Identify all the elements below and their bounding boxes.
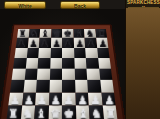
- square-c4[interactable]: [37, 69, 50, 80]
- square-d1[interactable]: ♛: [48, 105, 62, 119]
- square-g6[interactable]: [85, 48, 98, 58]
- white-pawn-piece[interactable]: ♟: [22, 93, 36, 106]
- square-a1[interactable]: ♜: [7, 105, 22, 119]
- square-c1[interactable]: ♝: [34, 105, 48, 119]
- white-pawn-piece[interactable]: ♟: [49, 93, 62, 106]
- square-g5[interactable]: [86, 58, 99, 69]
- square-f1[interactable]: ♝: [75, 105, 89, 119]
- square-b6[interactable]: [26, 48, 39, 58]
- square-b5[interactable]: [25, 58, 38, 69]
- square-e7[interactable]: ♟: [62, 38, 74, 48]
- white-knight-piece[interactable]: ♞: [90, 106, 104, 119]
- white-bishop-piece[interactable]: ♝: [34, 106, 48, 119]
- square-c8[interactable]: ♝: [40, 29, 52, 38]
- square-d6[interactable]: [50, 48, 62, 58]
- square-d5[interactable]: [50, 58, 62, 69]
- white-rook-piece[interactable]: ♜: [6, 106, 20, 119]
- square-d3[interactable]: [49, 80, 62, 92]
- back-undo-button[interactable]: Back: [60, 1, 100, 9]
- black-pawn-piece[interactable]: ♟: [97, 37, 109, 48]
- square-h5[interactable]: [98, 58, 111, 69]
- white-pawn-piece[interactable]: ♟: [75, 93, 88, 106]
- square-h4[interactable]: [99, 69, 113, 80]
- black-pawn-piece[interactable]: ♟: [16, 37, 28, 48]
- square-b8[interactable]: ♞: [28, 29, 40, 38]
- white-pawn-piece[interactable]: ♟: [62, 93, 75, 106]
- square-c5[interactable]: [38, 58, 51, 69]
- square-g3[interactable]: [87, 80, 101, 92]
- white-knight-piece[interactable]: ♞: [20, 106, 34, 119]
- black-pawn-piece[interactable]: ♟: [39, 37, 51, 48]
- square-g4[interactable]: [86, 69, 99, 80]
- square-f7[interactable]: ♟: [73, 38, 85, 48]
- square-b2[interactable]: ♟: [22, 92, 36, 105]
- square-g1[interactable]: ♞: [89, 105, 104, 119]
- chess-app-window: White Back ♜♞♝♛♚♝♞♜♟♟♟♟♟♟♟♟♟♟♟♟♟♟♟♟♜♞♝♛♚…: [0, 0, 160, 119]
- square-f2[interactable]: ♟: [75, 92, 89, 105]
- logo-subtitle-strip: [128, 7, 159, 9]
- square-e8[interactable]: ♚: [62, 29, 73, 38]
- chess-board[interactable]: ♜♞♝♛♚♝♞♜♟♟♟♟♟♟♟♟♟♟♟♟♟♟♟♟♜♞♝♛♚♝♞♜: [7, 29, 118, 119]
- square-f4[interactable]: [74, 69, 87, 80]
- black-pawn-piece[interactable]: ♟: [85, 37, 97, 48]
- square-a2[interactable]: ♟: [8, 92, 23, 105]
- white-rook-piece[interactable]: ♜: [103, 106, 117, 119]
- black-pawn-piece[interactable]: ♟: [27, 37, 39, 48]
- square-c6[interactable]: [38, 48, 50, 58]
- white-king-piece[interactable]: ♚: [62, 106, 76, 119]
- square-h3[interactable]: [100, 80, 114, 92]
- square-e6[interactable]: [62, 48, 74, 58]
- black-pawn-piece[interactable]: ♟: [74, 37, 86, 48]
- square-e5[interactable]: [62, 58, 74, 69]
- square-e3[interactable]: [62, 80, 75, 92]
- white-queen-piece[interactable]: ♛: [48, 106, 62, 119]
- square-b3[interactable]: [23, 80, 37, 92]
- square-g8[interactable]: ♞: [84, 29, 96, 38]
- square-h2[interactable]: ♟: [101, 92, 116, 105]
- square-c3[interactable]: [36, 80, 49, 92]
- white-pawn-piece[interactable]: ♟: [35, 93, 48, 106]
- square-a5[interactable]: [13, 58, 26, 69]
- square-a7[interactable]: ♟: [16, 38, 29, 48]
- square-e4[interactable]: [62, 69, 75, 80]
- square-d8[interactable]: ♛: [51, 29, 62, 38]
- black-pawn-piece[interactable]: ♟: [50, 37, 62, 48]
- square-c7[interactable]: ♟: [39, 38, 51, 48]
- square-f5[interactable]: [74, 58, 87, 69]
- board-scene: ♜♞♝♛♚♝♞♜♟♟♟♟♟♟♟♟♟♟♟♟♟♟♟♟♜♞♝♛♚♝♞♜: [0, 9, 125, 119]
- sidebar: SPARKCHESS II New Game 1 ♜♞♝♛♚♝♞♜♟♟♟♟♟♟♟…: [125, 0, 160, 119]
- square-d4[interactable]: [49, 69, 62, 80]
- square-e1[interactable]: ♚: [62, 105, 76, 119]
- square-a6[interactable]: [14, 48, 27, 58]
- chess-board-frame: ♜♞♝♛♚♝♞♜♟♟♟♟♟♟♟♟♟♟♟♟♟♟♟♟♜♞♝♛♚♝♞♜: [0, 24, 126, 119]
- square-h8[interactable]: ♜: [95, 29, 107, 38]
- square-d7[interactable]: ♟: [50, 38, 62, 48]
- square-e2[interactable]: ♟: [62, 92, 75, 105]
- white-bishop-piece[interactable]: ♝: [76, 106, 90, 119]
- white-pawn-piece[interactable]: ♟: [8, 93, 22, 106]
- square-b7[interactable]: ♟: [27, 38, 39, 48]
- square-g7[interactable]: ♟: [85, 38, 97, 48]
- square-c2[interactable]: ♟: [35, 92, 49, 105]
- black-pawn-piece[interactable]: ♟: [62, 37, 74, 48]
- square-b1[interactable]: ♞: [20, 105, 35, 119]
- square-g2[interactable]: ♟: [88, 92, 102, 105]
- square-f8[interactable]: ♝: [73, 29, 85, 38]
- square-a4[interactable]: [12, 69, 26, 80]
- square-h6[interactable]: [97, 48, 110, 58]
- square-f6[interactable]: [74, 48, 86, 58]
- square-h7[interactable]: ♟: [96, 38, 108, 48]
- square-b4[interactable]: [24, 69, 37, 80]
- square-a3[interactable]: [10, 80, 24, 92]
- square-d2[interactable]: ♟: [49, 92, 62, 105]
- square-a8[interactable]: ♜: [17, 29, 29, 38]
- square-f3[interactable]: [75, 80, 88, 92]
- white-turn-button[interactable]: White: [4, 1, 46, 9]
- white-pawn-piece[interactable]: ♟: [102, 93, 116, 106]
- square-h1[interactable]: ♜: [102, 105, 117, 119]
- white-pawn-piece[interactable]: ♟: [89, 93, 103, 106]
